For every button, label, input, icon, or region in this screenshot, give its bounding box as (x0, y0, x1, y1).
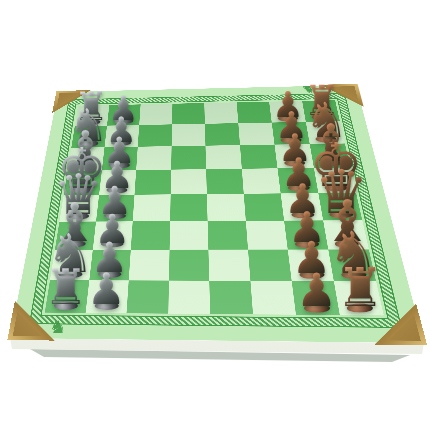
chess-set-photo: ♞ ♞ ♜♞♝♛♚♝♞♜♟♟♟♟♟♟♟♟♟♟♟♟♟♟♟♟♜♞♝♛♚♝♞♜ (0, 0, 430, 430)
piece-black-pawn-a7[interactable]: ♟ (296, 267, 337, 313)
piece-black-rook-a8[interactable]: ♜ (336, 261, 384, 315)
pieces-layer: ♜♞♝♛♚♝♞♜♟♟♟♟♟♟♟♟♟♟♟♟♟♟♟♟♜♞♝♛♚♝♞♜ (0, 0, 430, 430)
piece-white-pawn-a2[interactable]: ♟ (87, 268, 126, 311)
piece-white-rook-a1[interactable]: ♜ (44, 263, 88, 312)
